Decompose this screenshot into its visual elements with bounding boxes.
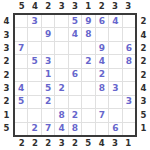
top-clues: 542331233 — [13, 0, 137, 13]
cell-r6c4[interactable]: 2 — [55, 82, 67, 94]
clue-bottom-4: 3 — [55, 137, 68, 150]
cell-r7c5[interactable] — [69, 96, 81, 108]
clue-right-2: 4 — [137, 28, 150, 41]
cell-r6c9[interactable] — [123, 82, 135, 94]
cell-r1c8[interactable]: 4 — [109, 15, 121, 27]
cell-r4c9[interactable]: 8 — [123, 55, 135, 67]
cell-r1c9[interactable] — [123, 15, 135, 27]
clue-top-7: 2 — [95, 0, 108, 13]
cell-r5c6[interactable] — [82, 69, 94, 81]
cell-r2c7[interactable] — [96, 28, 108, 40]
cell-r5c1[interactable] — [15, 69, 27, 81]
clue-bottom-7: 4 — [95, 137, 108, 150]
cell-r6c8[interactable]: 3 — [109, 82, 121, 94]
clue-left-1: 4 — [0, 15, 13, 28]
cell-r5c7[interactable]: 2 — [96, 69, 108, 81]
cell-r4c4[interactable] — [55, 55, 67, 67]
clue-bottom-1: 2 — [15, 137, 28, 150]
cell-r2c1[interactable] — [15, 28, 27, 40]
cell-r3c9[interactable]: 6 — [123, 42, 135, 54]
cell-r4c6[interactable]: 2 — [82, 55, 94, 67]
cell-r3c5[interactable] — [69, 42, 81, 54]
clue-bottom-8: 3 — [108, 137, 121, 150]
clue-bottom-6: 5 — [82, 137, 95, 150]
cell-r2c9[interactable] — [123, 28, 135, 40]
clue-left-2: 3 — [0, 28, 13, 41]
cell-r2c2[interactable] — [28, 28, 40, 40]
cell-r2c8[interactable] — [109, 28, 121, 40]
clue-top-9: 3 — [122, 0, 135, 13]
clue-top-6: 1 — [82, 0, 95, 13]
cell-r7c8[interactable] — [109, 96, 121, 108]
cell-r4c7[interactable]: 4 — [96, 55, 108, 67]
clue-left-4: 2 — [0, 55, 13, 68]
cell-r8c2[interactable] — [28, 109, 40, 121]
cell-r7c7[interactable] — [96, 96, 108, 108]
clue-top-1: 5 — [15, 0, 28, 13]
cell-r5c3[interactable]: 1 — [42, 69, 54, 81]
skyscrapers-puzzle: 542331233 433223215 35964948796532481624… — [0, 0, 150, 150]
cell-r8c4[interactable]: 8 — [55, 109, 67, 121]
cell-r7c4[interactable] — [55, 96, 67, 108]
clue-right-8: 5 — [137, 108, 150, 121]
clue-bottom-5: 2 — [68, 137, 81, 150]
cell-r6c7[interactable]: 8 — [96, 82, 108, 94]
cell-r5c2[interactable] — [28, 69, 40, 81]
cell-r5c4[interactable] — [55, 69, 67, 81]
cell-r3c3[interactable] — [42, 42, 54, 54]
cell-r9c3[interactable]: 7 — [42, 123, 54, 135]
cell-r9c5[interactable]: 8 — [69, 123, 81, 135]
cell-r9c1[interactable] — [15, 123, 27, 135]
cell-r3c2[interactable] — [28, 42, 40, 54]
cell-r3c6[interactable] — [82, 42, 94, 54]
cell-r6c1[interactable]: 4 — [15, 82, 27, 94]
clue-left-5: 2 — [0, 68, 13, 81]
cell-r2c4[interactable] — [55, 28, 67, 40]
cell-r8c1[interactable] — [15, 109, 27, 121]
cell-r7c1[interactable]: 5 — [15, 96, 27, 108]
clue-left-3: 3 — [0, 42, 13, 55]
cell-r6c2[interactable] — [28, 82, 40, 94]
clue-left-9: 5 — [0, 122, 13, 135]
cell-r8c5[interactable]: 2 — [69, 109, 81, 121]
clue-left-8: 1 — [0, 108, 13, 121]
cell-r1c4[interactable] — [55, 15, 67, 27]
cell-r4c5[interactable] — [69, 55, 81, 67]
cell-r6c5[interactable] — [69, 82, 81, 94]
cell-r5c9[interactable] — [123, 69, 135, 81]
cell-r7c2[interactable] — [28, 96, 40, 108]
cell-r2c5[interactable]: 4 — [69, 28, 81, 40]
cell-r4c3[interactable]: 3 — [42, 55, 54, 67]
cell-r2c3[interactable]: 9 — [42, 28, 54, 40]
cell-r4c1[interactable] — [15, 55, 27, 67]
cell-r1c6[interactable]: 9 — [82, 15, 94, 27]
cell-r1c5[interactable]: 5 — [69, 15, 81, 27]
cell-r6c6[interactable] — [82, 82, 94, 94]
cell-r9c6[interactable] — [82, 123, 94, 135]
cell-r3c8[interactable] — [109, 42, 121, 54]
cell-r5c5[interactable]: 6 — [69, 69, 81, 81]
clue-bottom-2: 2 — [28, 137, 41, 150]
clue-right-6: 4 — [137, 82, 150, 95]
clue-right-1: 2 — [137, 15, 150, 28]
clue-right-5: 2 — [137, 68, 150, 81]
cell-r1c3[interactable] — [42, 15, 54, 27]
cell-r8c3[interactable] — [42, 109, 54, 121]
cell-r9c8[interactable]: 6 — [109, 123, 121, 135]
right-clues: 242224351 — [137, 13, 150, 137]
bottom-clues: 222325431 — [13, 137, 137, 150]
cell-r8c8[interactable] — [109, 109, 121, 121]
cell-r5c8[interactable] — [109, 69, 121, 81]
clue-left-6: 3 — [0, 82, 13, 95]
cell-r9c2[interactable]: 2 — [28, 123, 40, 135]
cell-r7c3[interactable]: 2 — [42, 96, 54, 108]
cell-r4c8[interactable] — [109, 55, 121, 67]
clue-bottom-9: 1 — [122, 137, 135, 150]
cell-r1c1[interactable] — [15, 15, 27, 27]
cell-r4c2[interactable]: 5 — [28, 55, 40, 67]
cell-r8c7[interactable]: 7 — [96, 109, 108, 121]
clue-right-7: 3 — [137, 95, 150, 108]
cell-r2c6[interactable]: 8 — [82, 28, 94, 40]
cell-r6c3[interactable]: 5 — [42, 82, 54, 94]
cell-r1c7[interactable]: 6 — [96, 15, 108, 27]
clue-top-3: 2 — [42, 0, 55, 13]
cell-r3c7[interactable]: 9 — [96, 42, 108, 54]
left-clues: 433223215 — [0, 13, 13, 137]
clue-right-9: 1 — [137, 122, 150, 135]
board: 35964948796532481624528352382727486 — [13, 13, 137, 137]
clue-top-5: 3 — [68, 0, 81, 13]
clue-top-8: 3 — [108, 0, 121, 13]
clue-top-2: 4 — [28, 0, 41, 13]
cell-r8c6[interactable] — [82, 109, 94, 121]
clue-top-4: 3 — [55, 0, 68, 13]
cell-r7c9[interactable]: 3 — [123, 96, 135, 108]
clue-bottom-3: 2 — [42, 137, 55, 150]
clue-right-4: 2 — [137, 55, 150, 68]
cell-r1c2[interactable]: 3 — [28, 15, 40, 27]
cell-r9c9[interactable] — [123, 123, 135, 135]
cell-r8c9[interactable] — [123, 109, 135, 121]
cell-r9c4[interactable]: 4 — [55, 123, 67, 135]
clue-left-7: 2 — [0, 95, 13, 108]
cell-r9c7[interactable] — [96, 123, 108, 135]
cell-r3c1[interactable]: 7 — [15, 42, 27, 54]
cell-r7c6[interactable] — [82, 96, 94, 108]
clue-right-3: 2 — [137, 42, 150, 55]
cell-r3c4[interactable] — [55, 42, 67, 54]
